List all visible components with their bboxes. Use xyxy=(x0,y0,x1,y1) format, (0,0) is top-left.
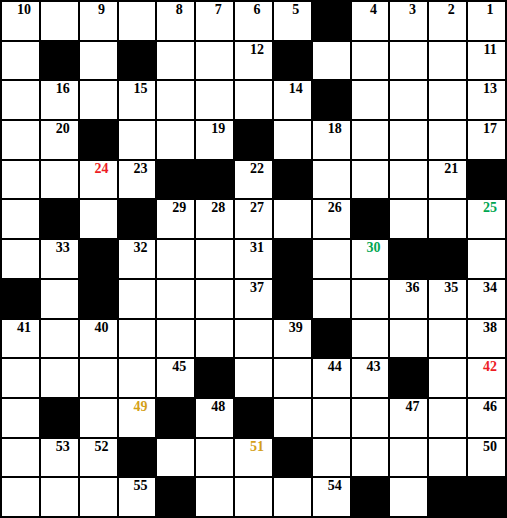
cell-r1-c13[interactable]: 1 xyxy=(468,2,505,40)
cell-r13-c11[interactable] xyxy=(390,478,427,516)
black-cell-r2-c2 xyxy=(41,42,78,80)
cell-r9-c5[interactable] xyxy=(157,320,194,358)
cell-r11-c11[interactable]: 47 xyxy=(390,399,427,437)
cell-r5-c10[interactable] xyxy=(352,161,389,199)
cell-r10-c5[interactable]: 45 xyxy=(157,359,194,397)
cell-r11-c3[interactable] xyxy=(80,399,117,437)
cell-r2-c7[interactable]: 12 xyxy=(235,42,272,80)
black-cell-r12-c8 xyxy=(274,439,311,477)
clue-number-30: 30 xyxy=(352,240,389,256)
cell-r11-c13[interactable]: 46 xyxy=(468,399,505,437)
cell-r9-c2[interactable] xyxy=(41,320,78,358)
black-cell-r9-c9 xyxy=(313,320,350,358)
black-cell-r12-c4 xyxy=(119,439,156,477)
cell-r10-c10[interactable]: 43 xyxy=(352,359,389,397)
cell-r4-c4[interactable] xyxy=(119,121,156,159)
cell-r13-c9[interactable]: 54 xyxy=(313,478,350,516)
cell-r7-c2[interactable]: 33 xyxy=(41,240,78,278)
cell-r7-c6[interactable] xyxy=(196,240,233,278)
cell-r8-c10[interactable] xyxy=(352,280,389,318)
cell-r1-c4[interactable] xyxy=(119,2,156,40)
clue-number-47: 47 xyxy=(390,399,427,415)
cell-r10-c2[interactable] xyxy=(41,359,78,397)
cell-r1-c3[interactable]: 9 xyxy=(80,2,117,40)
cell-r9-c3[interactable]: 40 xyxy=(80,320,117,358)
cell-r11-c4[interactable]: 49 xyxy=(119,399,156,437)
cell-r2-c6[interactable] xyxy=(196,42,233,80)
cell-r2-c9[interactable] xyxy=(313,42,350,80)
cell-r11-c8[interactable] xyxy=(274,399,311,437)
clue-number-38: 38 xyxy=(468,320,505,336)
cell-r7-c4[interactable]: 32 xyxy=(119,240,156,278)
cell-r9-c13[interactable]: 38 xyxy=(468,320,505,358)
cell-r9-c6[interactable] xyxy=(196,320,233,358)
clue-number-10: 10 xyxy=(2,2,39,18)
cell-r4-c11[interactable] xyxy=(390,121,427,159)
black-cell-r8-c3 xyxy=(80,280,117,318)
cell-r9-c12[interactable] xyxy=(429,320,466,358)
cell-r1-c6[interactable]: 7 xyxy=(196,2,233,40)
black-cell-r13-c10 xyxy=(352,478,389,516)
cell-r5-c7[interactable]: 22 xyxy=(235,161,272,199)
clue-number-2: 2 xyxy=(429,2,466,18)
cell-r4-c2[interactable]: 20 xyxy=(41,121,78,159)
clue-number-35: 35 xyxy=(429,280,466,296)
cell-r12-c10[interactable] xyxy=(352,439,389,477)
clue-number-37: 37 xyxy=(235,280,272,296)
cell-r7-c13[interactable] xyxy=(468,240,505,278)
cell-r12-c12[interactable] xyxy=(429,439,466,477)
cell-r3-c2[interactable]: 16 xyxy=(41,81,78,119)
clue-number-1: 1 xyxy=(468,2,505,18)
clue-number-32: 32 xyxy=(119,240,156,256)
cell-r12-c2[interactable]: 53 xyxy=(41,439,78,477)
cell-r3-c1[interactable] xyxy=(2,81,39,119)
clue-number-21: 21 xyxy=(429,161,466,177)
cell-r12-c6[interactable] xyxy=(196,439,233,477)
cell-r9-c4[interactable] xyxy=(119,320,156,358)
black-cell-r10-c6 xyxy=(196,359,233,397)
crossword-board: 1098765432112111615141320191817242322212… xyxy=(0,0,507,518)
clue-number-27: 27 xyxy=(235,200,272,216)
cell-r8-c2[interactable] xyxy=(41,280,78,318)
black-cell-r13-c13 xyxy=(468,478,505,516)
cell-r11-c1[interactable] xyxy=(2,399,39,437)
cell-r5-c9[interactable] xyxy=(313,161,350,199)
cell-r13-c4[interactable]: 55 xyxy=(119,478,156,516)
black-cell-r11-c7 xyxy=(235,399,272,437)
cell-r6-c13[interactable]: 25 xyxy=(468,200,505,238)
cell-r5-c3[interactable]: 24 xyxy=(80,161,117,199)
cell-r13-c3[interactable] xyxy=(80,478,117,516)
clue-number-13: 13 xyxy=(468,81,505,97)
cell-r1-c12[interactable]: 2 xyxy=(429,2,466,40)
clue-number-53: 53 xyxy=(41,439,78,455)
cell-r2-c1[interactable] xyxy=(2,42,39,80)
cell-r7-c5[interactable] xyxy=(157,240,194,278)
cell-r7-c7[interactable]: 31 xyxy=(235,240,272,278)
cell-r1-c1[interactable]: 10 xyxy=(2,2,39,40)
clue-number-17: 17 xyxy=(468,121,505,137)
clue-number-33: 33 xyxy=(41,240,78,256)
black-cell-r13-c12 xyxy=(429,478,466,516)
clue-number-43: 43 xyxy=(352,359,389,375)
black-cell-r7-c8 xyxy=(274,240,311,278)
clue-number-9: 9 xyxy=(80,2,117,18)
cell-r13-c7[interactable] xyxy=(235,478,272,516)
cell-r3-c6[interactable] xyxy=(196,81,233,119)
cell-r3-c4[interactable]: 15 xyxy=(119,81,156,119)
cell-r7-c1[interactable] xyxy=(2,240,39,278)
clue-number-25: 25 xyxy=(468,200,505,216)
cell-r8-c6[interactable] xyxy=(196,280,233,318)
clue-number-44: 44 xyxy=(313,359,350,375)
cell-r6-c7[interactable]: 27 xyxy=(235,200,272,238)
clue-number-52: 52 xyxy=(80,439,117,455)
cell-r13-c2[interactable] xyxy=(41,478,78,516)
cell-r3-c12[interactable] xyxy=(429,81,466,119)
clue-number-48: 48 xyxy=(196,399,233,415)
clue-number-12: 12 xyxy=(235,42,272,58)
clue-number-46: 46 xyxy=(468,399,505,415)
cell-r6-c9[interactable]: 26 xyxy=(313,200,350,238)
cell-r7-c9[interactable] xyxy=(313,240,350,278)
clue-number-28: 28 xyxy=(196,200,233,216)
cell-r12-c13[interactable]: 50 xyxy=(468,439,505,477)
cell-r6-c8[interactable] xyxy=(274,200,311,238)
black-cell-r11-c5 xyxy=(157,399,194,437)
cell-r12-c9[interactable] xyxy=(313,439,350,477)
clue-number-42: 42 xyxy=(468,359,505,375)
cell-r5-c4[interactable]: 23 xyxy=(119,161,156,199)
cell-r10-c3[interactable] xyxy=(80,359,117,397)
cell-r6-c11[interactable] xyxy=(390,200,427,238)
cell-r12-c5[interactable] xyxy=(157,439,194,477)
clue-number-39: 39 xyxy=(274,320,311,336)
cell-r12-c7[interactable]: 51 xyxy=(235,439,272,477)
clue-number-31: 31 xyxy=(235,240,272,256)
clue-number-45: 45 xyxy=(157,359,194,375)
black-cell-r2-c8 xyxy=(274,42,311,80)
black-cell-r4-c7 xyxy=(235,121,272,159)
cell-r2-c3[interactable] xyxy=(80,42,117,80)
cell-r6-c12[interactable] xyxy=(429,200,466,238)
clue-number-29: 29 xyxy=(157,200,194,216)
cell-r11-c10[interactable] xyxy=(352,399,389,437)
cell-r6-c3[interactable] xyxy=(80,200,117,238)
cell-r9-c10[interactable] xyxy=(352,320,389,358)
clue-number-15: 15 xyxy=(119,81,156,97)
cell-r6-c1[interactable] xyxy=(2,200,39,238)
black-cell-r6-c2 xyxy=(41,200,78,238)
cell-r5-c2[interactable] xyxy=(41,161,78,199)
clue-number-49: 49 xyxy=(119,399,156,415)
clue-number-18: 18 xyxy=(313,121,350,137)
clue-number-11: 11 xyxy=(468,42,505,58)
black-cell-r8-c1 xyxy=(2,280,39,318)
clue-number-23: 23 xyxy=(119,161,156,177)
cell-r3-c5[interactable] xyxy=(157,81,194,119)
clue-number-3: 3 xyxy=(390,2,427,18)
black-cell-r5-c13 xyxy=(468,161,505,199)
clue-number-34: 34 xyxy=(468,280,505,296)
clue-number-5: 5 xyxy=(274,2,311,18)
clue-number-16: 16 xyxy=(41,81,78,97)
cell-r12-c11[interactable] xyxy=(390,439,427,477)
clue-number-7: 7 xyxy=(196,2,233,18)
cell-r4-c9[interactable]: 18 xyxy=(313,121,350,159)
cell-r10-c12[interactable] xyxy=(429,359,466,397)
black-cell-r5-c5 xyxy=(157,161,194,199)
cell-r3-c3[interactable] xyxy=(80,81,117,119)
clue-number-22: 22 xyxy=(235,161,272,177)
black-cell-r7-c3 xyxy=(80,240,117,278)
clue-number-51: 51 xyxy=(235,439,272,455)
clue-number-41: 41 xyxy=(2,320,39,336)
cell-r4-c8[interactable] xyxy=(274,121,311,159)
cell-r5-c11[interactable] xyxy=(390,161,427,199)
cell-r13-c6[interactable] xyxy=(196,478,233,516)
cell-r2-c5[interactable] xyxy=(157,42,194,80)
cell-r1-c5[interactable]: 8 xyxy=(157,2,194,40)
cell-r11-c6[interactable]: 48 xyxy=(196,399,233,437)
black-cell-r7-c11 xyxy=(390,240,427,278)
black-cell-r6-c4 xyxy=(119,200,156,238)
black-cell-r10-c11 xyxy=(390,359,427,397)
cell-r2-c12[interactable] xyxy=(429,42,466,80)
cell-r1-c10[interactable]: 4 xyxy=(352,2,389,40)
cell-r11-c12[interactable] xyxy=(429,399,466,437)
clue-number-14: 14 xyxy=(274,81,311,97)
cell-r10-c8[interactable] xyxy=(274,359,311,397)
cell-r3-c11[interactable] xyxy=(390,81,427,119)
black-cell-r5-c6 xyxy=(196,161,233,199)
cell-r4-c10[interactable] xyxy=(352,121,389,159)
cell-r12-c3[interactable]: 52 xyxy=(80,439,117,477)
cell-r10-c9[interactable]: 44 xyxy=(313,359,350,397)
cell-r3-c8[interactable]: 14 xyxy=(274,81,311,119)
cell-r2-c13[interactable]: 11 xyxy=(468,42,505,80)
cell-r6-c6[interactable]: 28 xyxy=(196,200,233,238)
black-cell-r5-c8 xyxy=(274,161,311,199)
clue-number-8: 8 xyxy=(157,2,194,18)
cell-r8-c7[interactable]: 37 xyxy=(235,280,272,318)
cell-r9-c1[interactable]: 41 xyxy=(2,320,39,358)
clue-number-19: 19 xyxy=(196,121,233,137)
cell-r8-c9[interactable] xyxy=(313,280,350,318)
cell-r8-c11[interactable]: 36 xyxy=(390,280,427,318)
cell-r9-c8[interactable]: 39 xyxy=(274,320,311,358)
black-cell-r2-c4 xyxy=(119,42,156,80)
cell-r4-c6[interactable]: 19 xyxy=(196,121,233,159)
black-cell-r11-c2 xyxy=(41,399,78,437)
cell-r9-c7[interactable] xyxy=(235,320,272,358)
black-cell-r8-c8 xyxy=(274,280,311,318)
clue-number-20: 20 xyxy=(41,121,78,137)
cell-r13-c8[interactable] xyxy=(274,478,311,516)
cell-r7-c10[interactable]: 30 xyxy=(352,240,389,278)
cell-r1-c7[interactable]: 6 xyxy=(235,2,272,40)
cell-r1-c11[interactable]: 3 xyxy=(390,2,427,40)
cell-r13-c1[interactable] xyxy=(2,478,39,516)
cell-r5-c12[interactable]: 21 xyxy=(429,161,466,199)
cell-r1-c8[interactable]: 5 xyxy=(274,2,311,40)
cell-r5-c1[interactable] xyxy=(2,161,39,199)
cell-r3-c10[interactable] xyxy=(352,81,389,119)
cell-r10-c13[interactable]: 42 xyxy=(468,359,505,397)
clue-number-50: 50 xyxy=(468,439,505,455)
clue-number-40: 40 xyxy=(80,320,117,336)
cell-r9-c11[interactable] xyxy=(390,320,427,358)
cell-r1-c2[interactable] xyxy=(41,2,78,40)
cell-r4-c13[interactable]: 17 xyxy=(468,121,505,159)
black-cell-r1-c9 xyxy=(313,2,350,40)
cell-r8-c5[interactable] xyxy=(157,280,194,318)
black-cell-r7-c12 xyxy=(429,240,466,278)
black-cell-r6-c10 xyxy=(352,200,389,238)
black-cell-r13-c5 xyxy=(157,478,194,516)
black-cell-r3-c9 xyxy=(313,81,350,119)
cell-r4-c5[interactable] xyxy=(157,121,194,159)
clue-number-26: 26 xyxy=(313,200,350,216)
cell-r10-c7[interactable] xyxy=(235,359,272,397)
cell-r8-c4[interactable] xyxy=(119,280,156,318)
cell-r8-c13[interactable]: 34 xyxy=(468,280,505,318)
cell-r4-c1[interactable] xyxy=(2,121,39,159)
cell-r10-c1[interactable] xyxy=(2,359,39,397)
clue-number-6: 6 xyxy=(235,2,272,18)
clue-number-36: 36 xyxy=(390,280,427,296)
black-cell-r4-c3 xyxy=(80,121,117,159)
cell-r8-c12[interactable]: 35 xyxy=(429,280,466,318)
cell-r3-c13[interactable]: 13 xyxy=(468,81,505,119)
cell-r11-c9[interactable] xyxy=(313,399,350,437)
clue-number-55: 55 xyxy=(119,478,156,494)
clue-number-4: 4 xyxy=(352,2,389,18)
cell-r2-c10[interactable] xyxy=(352,42,389,80)
cell-r6-c5[interactable]: 29 xyxy=(157,200,194,238)
cell-r2-c11[interactable] xyxy=(390,42,427,80)
cell-r12-c1[interactable] xyxy=(2,439,39,477)
clue-number-24: 24 xyxy=(80,161,117,177)
cell-r3-c7[interactable] xyxy=(235,81,272,119)
cell-r4-c12[interactable] xyxy=(429,121,466,159)
clue-number-54: 54 xyxy=(313,478,350,494)
cell-r10-c4[interactable] xyxy=(119,359,156,397)
